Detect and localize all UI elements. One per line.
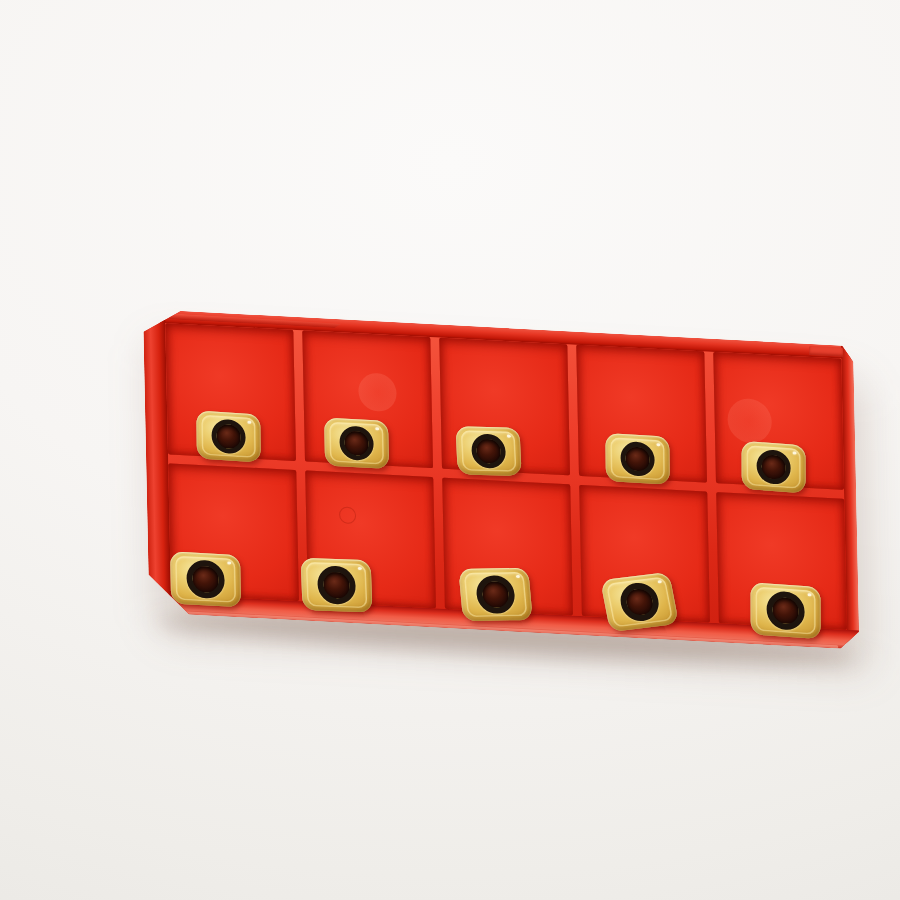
specular-highlight	[792, 451, 796, 454]
milling-insert	[741, 441, 805, 493]
specular-highlight	[656, 443, 660, 446]
specular-highlight	[227, 561, 231, 564]
tray-rim-tab	[809, 346, 843, 357]
specular-highlight	[376, 427, 380, 430]
tray-compartment	[442, 478, 573, 616]
milling-insert	[170, 551, 241, 607]
tray-compartment	[165, 323, 296, 461]
tray-grid	[165, 323, 847, 630]
milling-insert	[325, 418, 390, 469]
tray-compartment	[579, 485, 710, 623]
milling-insert	[600, 572, 679, 632]
tray-compartment	[576, 345, 707, 483]
insert-tray	[143, 309, 859, 650]
photo-background	[0, 0, 900, 900]
specular-highlight	[807, 593, 811, 596]
tray-compartment	[439, 338, 570, 476]
milling-insert	[301, 558, 373, 613]
milling-insert	[750, 582, 820, 639]
tray-compartment	[302, 330, 433, 468]
tray-compartment	[305, 471, 436, 609]
milling-insert	[605, 433, 670, 485]
milling-insert	[197, 411, 262, 463]
tray-compartment	[716, 492, 847, 630]
tray-compartment	[713, 352, 844, 490]
milling-insert	[456, 426, 522, 476]
tray-compartment	[168, 463, 299, 601]
tray-interior	[165, 323, 847, 630]
milling-insert	[459, 568, 533, 621]
specular-highlight	[657, 580, 662, 583]
